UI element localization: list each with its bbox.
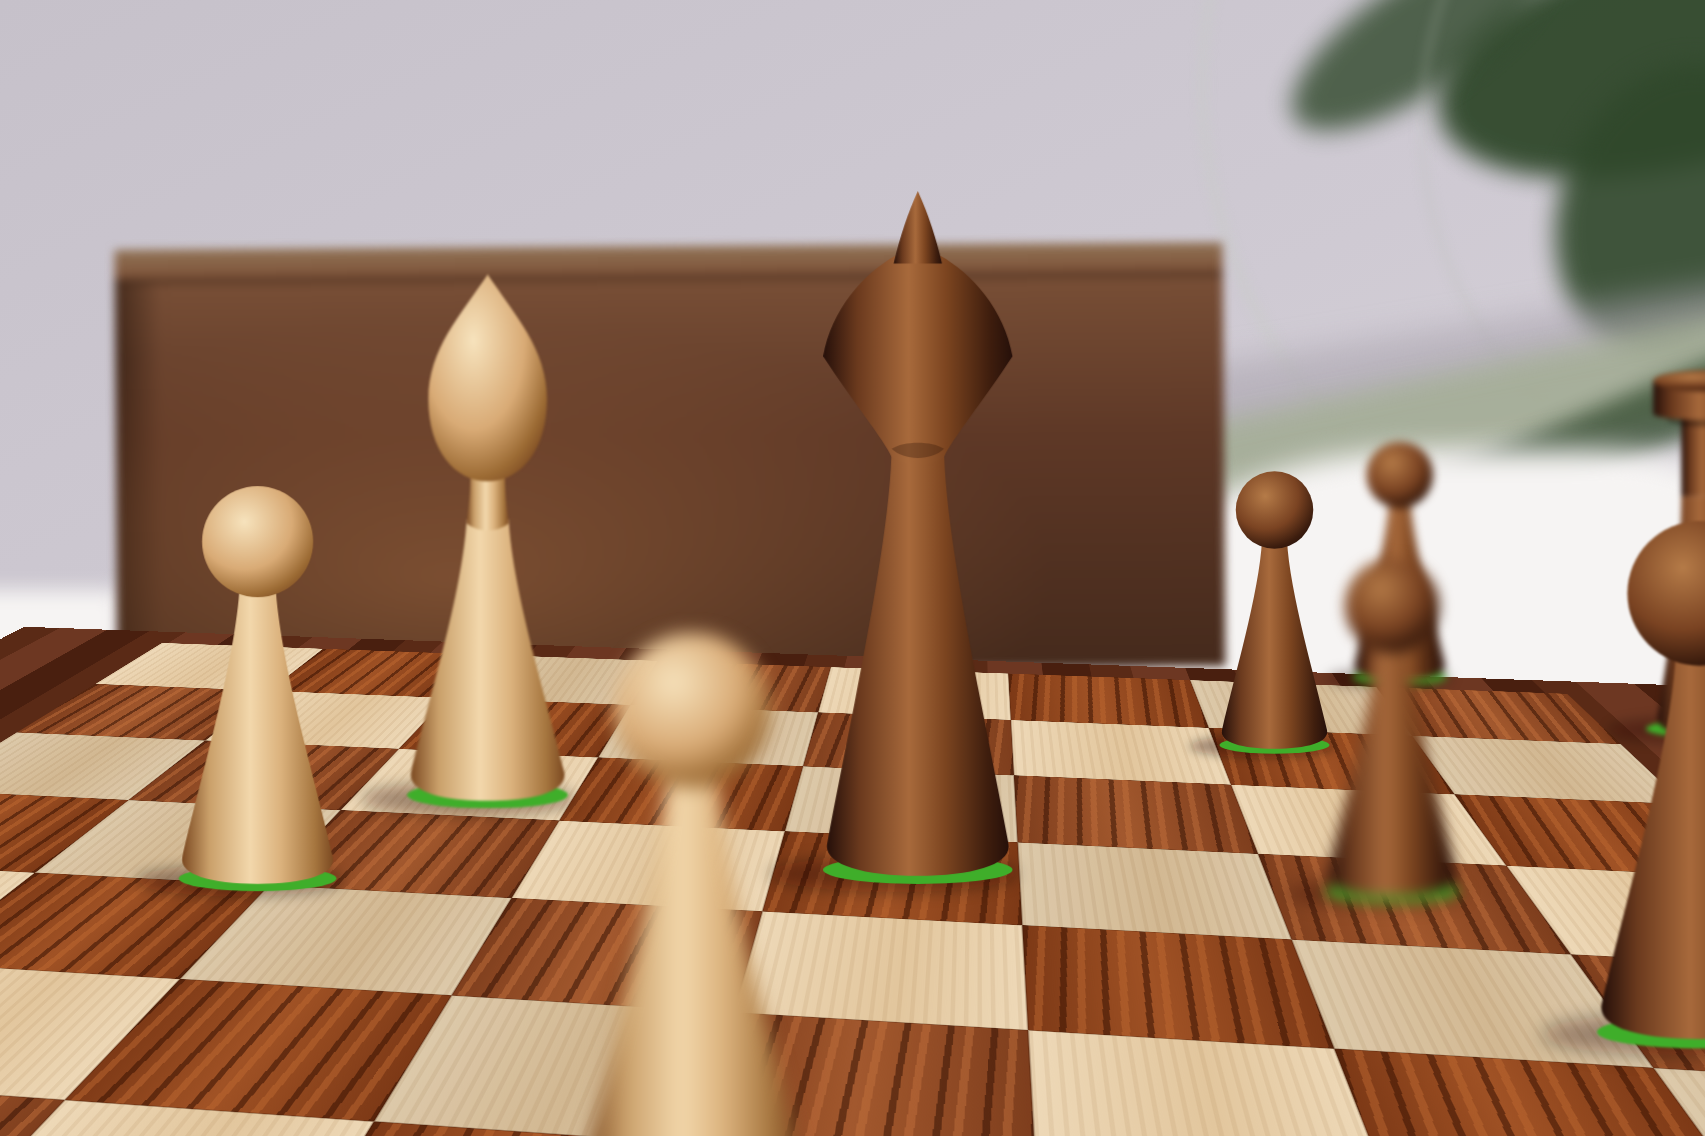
chess-piece-black-pawn[interactable] — [1316, 545, 1468, 910]
chess-piece-white-pawn[interactable] — [567, 610, 817, 1136]
square-f5[interactable] — [1018, 842, 1292, 939]
square-f8[interactable] — [1008, 674, 1208, 728]
square-f7[interactable] — [1011, 720, 1231, 785]
chess-piece-black-king[interactable] — [805, 187, 1031, 892]
chess-piece-black-pawn[interactable] — [1583, 500, 1705, 1060]
box-lid — [115, 242, 1223, 284]
chess-piece-white-pawn[interactable] — [168, 470, 347, 900]
square-f6[interactable] — [1014, 775, 1258, 853]
chess-piece-white-bishop[interactable] — [392, 263, 583, 818]
square-f4[interactable] — [1022, 925, 1334, 1048]
